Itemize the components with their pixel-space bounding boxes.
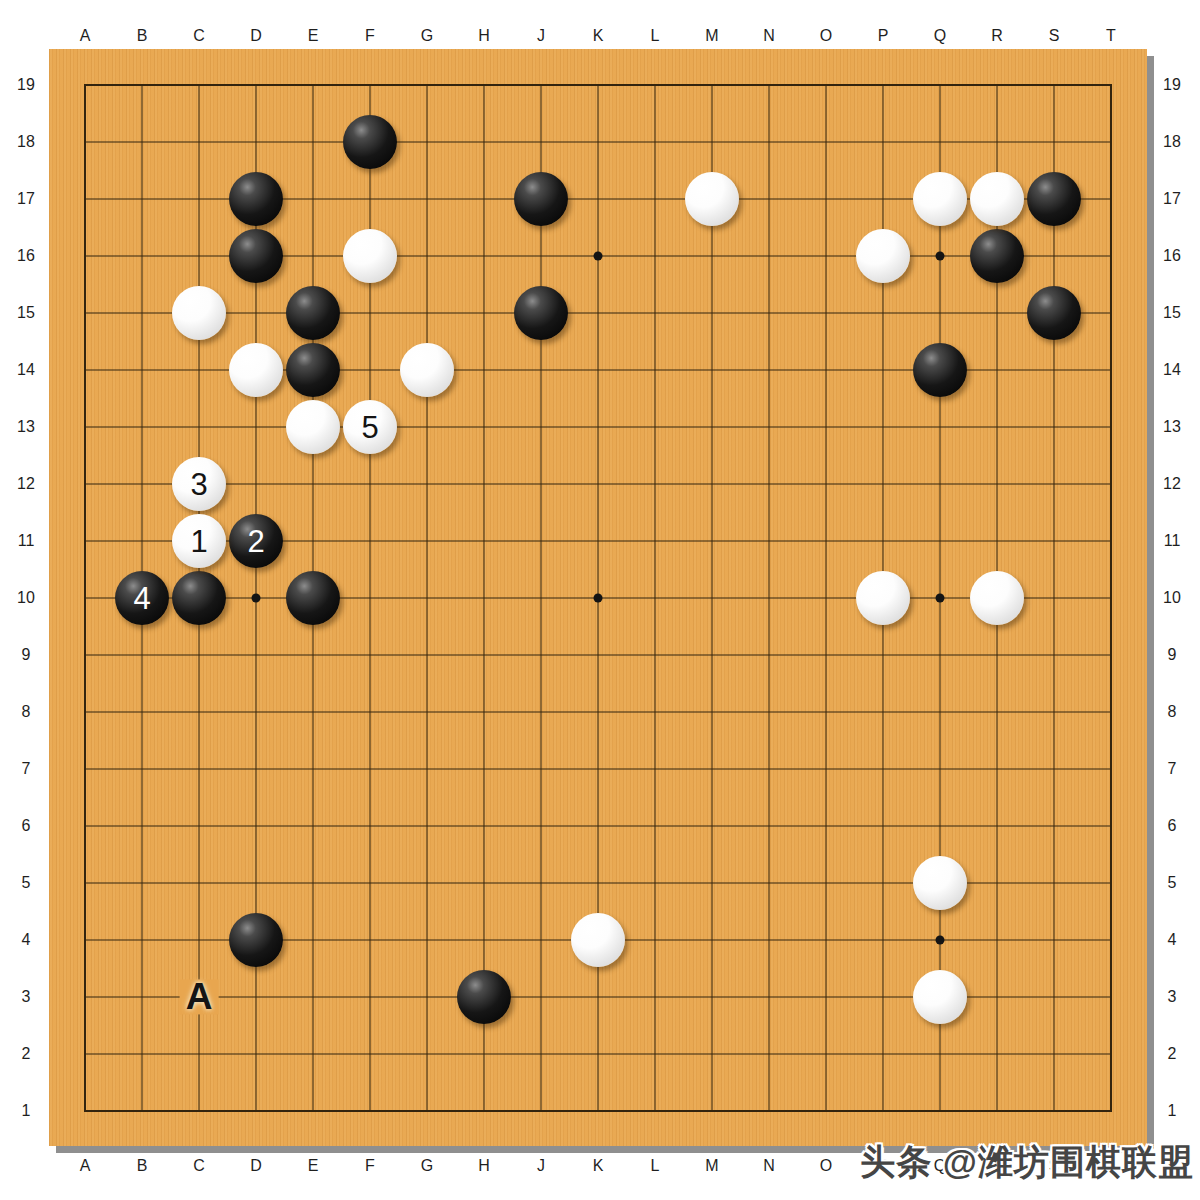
coord-right-14: 14 [1163, 361, 1181, 379]
coord-top-T: T [1106, 27, 1116, 45]
coord-left-14: 14 [17, 361, 35, 379]
stone-black-D4 [229, 913, 283, 967]
coord-left-13: 13 [17, 418, 35, 436]
coord-top-K: K [593, 27, 604, 45]
coord-left-18: 18 [17, 133, 35, 151]
stone-move-number: 1 [190, 526, 207, 557]
stone-white-C15 [172, 286, 226, 340]
coord-top-G: G [421, 27, 433, 45]
coord-top-C: C [193, 27, 205, 45]
coord-bottom-K: K [593, 1157, 604, 1175]
stone-white-R17 [970, 172, 1024, 226]
coord-top-P: P [878, 27, 889, 45]
stone-black-E10 [286, 571, 340, 625]
stone-white-C11: 1 [172, 514, 226, 568]
coord-right-1: 1 [1168, 1102, 1177, 1120]
coord-left-2: 2 [22, 1045, 31, 1063]
coord-right-2: 2 [1168, 1045, 1177, 1063]
coord-right-4: 4 [1168, 931, 1177, 949]
coord-right-15: 15 [1163, 304, 1181, 322]
coord-top-N: N [763, 27, 775, 45]
watermark: 头条 @潍坊围棋联盟 [860, 1139, 1194, 1186]
coord-bottom-G: G [421, 1157, 433, 1175]
stone-black-S15 [1027, 286, 1081, 340]
coord-top-B: B [137, 27, 148, 45]
stone-move-number: 4 [133, 583, 150, 614]
coord-right-9: 9 [1168, 646, 1177, 664]
coord-left-15: 15 [17, 304, 35, 322]
stone-white-F13: 5 [343, 400, 397, 454]
stone-white-P10 [856, 571, 910, 625]
coord-right-12: 12 [1163, 475, 1181, 493]
coord-left-10: 10 [17, 589, 35, 607]
coord-left-12: 12 [17, 475, 35, 493]
coord-top-F: F [365, 27, 375, 45]
stone-black-C10 [172, 571, 226, 625]
coord-right-13: 13 [1163, 418, 1181, 436]
stone-white-P16 [856, 229, 910, 283]
stone-black-D16 [229, 229, 283, 283]
coord-bottom-C: C [193, 1157, 205, 1175]
coord-right-11: 11 [1164, 532, 1181, 550]
coord-left-7: 7 [22, 760, 31, 778]
stone-black-H3 [457, 970, 511, 1024]
coord-bottom-L: L [651, 1157, 660, 1175]
coord-top-R: R [991, 27, 1003, 45]
coord-bottom-B: B [137, 1157, 148, 1175]
stone-move-number: 3 [190, 469, 207, 500]
coord-bottom-M: M [705, 1157, 718, 1175]
coord-left-9: 9 [22, 646, 31, 664]
stone-white-Q5 [913, 856, 967, 910]
coord-bottom-N: N [763, 1157, 775, 1175]
stone-black-J15 [514, 286, 568, 340]
stone-black-D17 [229, 172, 283, 226]
coord-left-6: 6 [22, 817, 31, 835]
point-mark-A: A [180, 979, 219, 1014]
coord-top-O: O [820, 27, 832, 45]
stone-black-F18 [343, 115, 397, 169]
coord-right-5: 5 [1168, 874, 1177, 892]
coord-right-3: 3 [1168, 988, 1177, 1006]
stone-white-M17 [685, 172, 739, 226]
coord-top-D: D [250, 27, 262, 45]
coord-top-A: A [80, 27, 91, 45]
stone-white-R10 [970, 571, 1024, 625]
stone-white-D14 [229, 343, 283, 397]
coord-left-8: 8 [22, 703, 31, 721]
coord-right-18: 18 [1163, 133, 1181, 151]
coord-bottom-F: F [365, 1157, 375, 1175]
coord-bottom-E: E [308, 1157, 319, 1175]
coord-left-17: 17 [17, 190, 35, 208]
coord-right-19: 19 [1163, 76, 1181, 94]
coord-top-H: H [478, 27, 490, 45]
coord-top-L: L [651, 27, 660, 45]
stone-white-E13 [286, 400, 340, 454]
stone-white-G14 [400, 343, 454, 397]
coord-left-4: 4 [22, 931, 31, 949]
coord-right-17: 17 [1163, 190, 1181, 208]
stone-white-F16 [343, 229, 397, 283]
coord-left-5: 5 [22, 874, 31, 892]
coord-left-1: 1 [22, 1102, 31, 1120]
coord-top-Q: Q [934, 27, 946, 45]
coord-right-6: 6 [1168, 817, 1177, 835]
coord-left-11: 11 [18, 532, 35, 550]
stone-black-B10: 4 [115, 571, 169, 625]
stone-black-E15 [286, 286, 340, 340]
coord-bottom-D: D [250, 1157, 262, 1175]
coord-bottom-O: O [820, 1157, 832, 1175]
stone-move-number: 2 [247, 526, 264, 557]
stone-white-Q3 [913, 970, 967, 1024]
coord-right-16: 16 [1163, 247, 1181, 265]
stone-black-D11: 2 [229, 514, 283, 568]
stone-white-C12: 3 [172, 457, 226, 511]
coord-top-M: M [705, 27, 718, 45]
coord-top-J: J [537, 27, 545, 45]
coord-bottom-H: H [478, 1157, 490, 1175]
stone-white-K4 [571, 913, 625, 967]
coord-top-E: E [308, 27, 319, 45]
stone-black-S17 [1027, 172, 1081, 226]
stone-black-J17 [514, 172, 568, 226]
go-diagram-page: 24531A AABBCCDDEEFFGGHHJJKKLLMMNNOOPPQQR… [0, 0, 1200, 1200]
coord-left-3: 3 [22, 988, 31, 1006]
coord-bottom-J: J [537, 1157, 545, 1175]
coord-right-10: 10 [1163, 589, 1181, 607]
stone-black-E14 [286, 343, 340, 397]
stone-move-number: 5 [361, 412, 378, 443]
coord-bottom-A: A [80, 1157, 91, 1175]
stone-black-Q14 [913, 343, 967, 397]
coord-right-8: 8 [1168, 703, 1177, 721]
coord-top-S: S [1049, 27, 1060, 45]
stone-black-R16 [970, 229, 1024, 283]
coord-right-7: 7 [1168, 760, 1177, 778]
coord-left-16: 16 [17, 247, 35, 265]
stone-white-Q17 [913, 172, 967, 226]
coord-left-19: 19 [17, 76, 35, 94]
